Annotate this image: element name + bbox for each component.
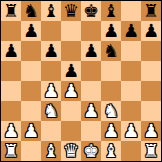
square-d7[interactable]: [61, 21, 81, 41]
square-c6[interactable]: ♟: [41, 41, 61, 61]
square-c8[interactable]: ♝: [41, 1, 61, 21]
black-pawn-piece: ♟: [123, 21, 139, 41]
white-pawn-piece: ♟: [43, 81, 59, 101]
square-d4[interactable]: ♟: [61, 81, 81, 101]
square-h7[interactable]: ♟: [141, 21, 161, 41]
black-pawn-piece: ♟: [83, 41, 99, 61]
square-f3[interactable]: ♞: [101, 101, 121, 121]
square-f2[interactable]: ♟: [101, 121, 121, 141]
square-g7[interactable]: ♟: [121, 21, 141, 41]
square-d8[interactable]: ♛: [61, 1, 81, 21]
white-knight-piece: ♞: [43, 101, 59, 121]
white-pawn-piece: ♟: [143, 121, 159, 141]
square-g1[interactable]: [121, 141, 141, 161]
square-d6[interactable]: [61, 41, 81, 61]
square-h1[interactable]: ♜: [141, 141, 161, 161]
square-b5[interactable]: [21, 61, 41, 81]
black-pawn-piece: ♟: [103, 21, 119, 41]
square-c3[interactable]: ♞: [41, 101, 61, 121]
black-pawn-piece: ♟: [43, 41, 59, 61]
square-b2[interactable]: ♟: [21, 121, 41, 141]
square-e5[interactable]: [81, 61, 101, 81]
square-d1[interactable]: ♛: [61, 141, 81, 161]
square-b6[interactable]: [21, 41, 41, 61]
square-e1[interactable]: ♚: [81, 141, 101, 161]
square-c1[interactable]: ♝: [41, 141, 61, 161]
black-knight-piece: ♞: [103, 41, 119, 61]
white-pawn-piece: ♟: [103, 121, 119, 141]
square-a1[interactable]: ♜: [1, 141, 21, 161]
square-e8[interactable]: ♚: [81, 1, 101, 21]
square-g5[interactable]: [121, 61, 141, 81]
square-d5[interactable]: ♟: [61, 61, 81, 81]
black-rook-piece: ♜: [143, 1, 159, 21]
square-b1[interactable]: [21, 141, 41, 161]
square-c7[interactable]: [41, 21, 61, 41]
square-h5[interactable]: [141, 61, 161, 81]
square-d3[interactable]: [61, 101, 81, 121]
square-b8[interactable]: ♞: [21, 1, 41, 21]
square-e2[interactable]: [81, 121, 101, 141]
square-a7[interactable]: [1, 21, 21, 41]
square-h8[interactable]: ♜: [141, 1, 161, 21]
board-frame: ♜♞♝♛♚♝♜♟♟♟♟♟♟♟♞♟♟♟♞♟♞♟♟♟♟♟♜♝♛♚♝♜: [0, 0, 162, 162]
square-f6[interactable]: ♞: [101, 41, 121, 61]
square-e4[interactable]: [81, 81, 101, 101]
black-rook-piece: ♜: [3, 1, 19, 21]
black-pawn-piece: ♟: [143, 21, 159, 41]
chessboard[interactable]: ♜♞♝♛♚♝♜♟♟♟♟♟♟♟♞♟♟♟♞♟♞♟♟♟♟♟♜♝♛♚♝♜: [1, 1, 161, 161]
square-b3[interactable]: [21, 101, 41, 121]
white-pawn-piece: ♟: [83, 101, 99, 121]
square-c4[interactable]: ♟: [41, 81, 61, 101]
square-a2[interactable]: ♟: [1, 121, 21, 141]
black-pawn-piece: ♟: [23, 21, 39, 41]
square-g8[interactable]: [121, 1, 141, 21]
white-knight-piece: ♞: [103, 101, 119, 121]
white-pawn-piece: ♟: [3, 121, 19, 141]
square-c2[interactable]: [41, 121, 61, 141]
white-rook-piece: ♜: [143, 141, 159, 161]
square-b7[interactable]: ♟: [21, 21, 41, 41]
square-a8[interactable]: ♜: [1, 1, 21, 21]
square-f7[interactable]: ♟: [101, 21, 121, 41]
white-queen-piece: ♛: [63, 141, 79, 161]
black-pawn-piece: ♟: [63, 61, 79, 81]
square-g3[interactable]: [121, 101, 141, 121]
square-d2[interactable]: [61, 121, 81, 141]
square-a5[interactable]: [1, 61, 21, 81]
square-b4[interactable]: [21, 81, 41, 101]
square-e6[interactable]: ♟: [81, 41, 101, 61]
white-rook-piece: ♜: [3, 141, 19, 161]
square-f5[interactable]: [101, 61, 121, 81]
black-king-piece: ♚: [83, 1, 99, 21]
square-a4[interactable]: [1, 81, 21, 101]
white-king-piece: ♚: [83, 141, 99, 161]
square-f1[interactable]: ♝: [101, 141, 121, 161]
black-knight-piece: ♞: [23, 1, 39, 21]
square-f4[interactable]: [101, 81, 121, 101]
square-e3[interactable]: ♟: [81, 101, 101, 121]
white-pawn-piece: ♟: [123, 121, 139, 141]
square-f8[interactable]: ♝: [101, 1, 121, 21]
square-a3[interactable]: [1, 101, 21, 121]
white-bishop-piece: ♝: [103, 141, 119, 161]
square-c5[interactable]: [41, 61, 61, 81]
square-e7[interactable]: [81, 21, 101, 41]
square-h3[interactable]: [141, 101, 161, 121]
black-bishop-piece: ♝: [103, 1, 119, 21]
square-g6[interactable]: [121, 41, 141, 61]
white-pawn-piece: ♟: [63, 81, 79, 101]
black-queen-piece: ♛: [63, 1, 79, 21]
white-bishop-piece: ♝: [43, 141, 59, 161]
white-pawn-piece: ♟: [23, 121, 39, 141]
square-h6[interactable]: [141, 41, 161, 61]
square-h4[interactable]: [141, 81, 161, 101]
black-pawn-piece: ♟: [3, 41, 19, 61]
square-g4[interactable]: [121, 81, 141, 101]
black-bishop-piece: ♝: [43, 1, 59, 21]
square-h2[interactable]: ♟: [141, 121, 161, 141]
square-a6[interactable]: ♟: [1, 41, 21, 61]
square-g2[interactable]: ♟: [121, 121, 141, 141]
